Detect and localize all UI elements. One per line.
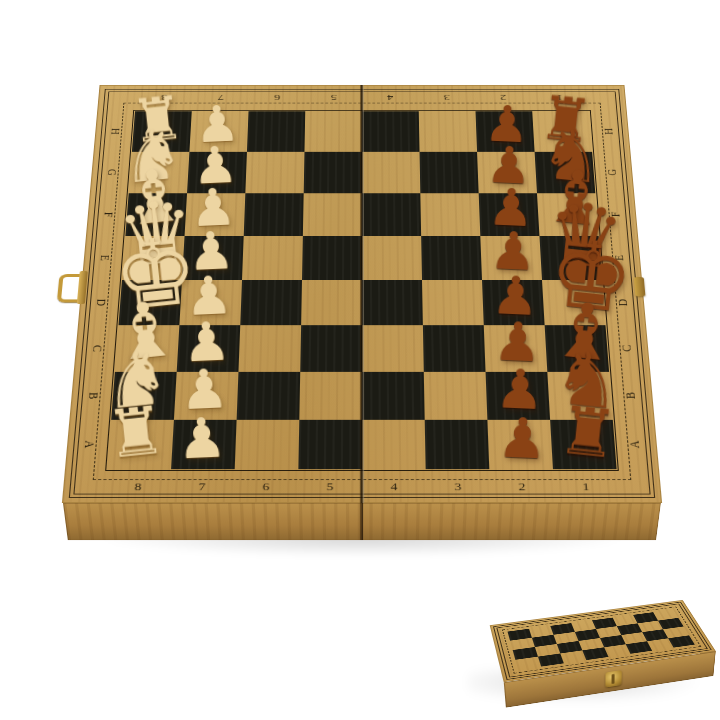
board-square — [479, 193, 540, 236]
file-letter-label: G — [101, 152, 122, 194]
rank-number-label: 4 — [362, 92, 419, 103]
brass-clasp — [605, 670, 621, 687]
file-letter-label: B — [619, 372, 642, 420]
brass-latch-bar — [77, 271, 88, 304]
closed-box-square — [668, 635, 695, 647]
rank-number-label: 3 — [426, 480, 490, 494]
board-square — [362, 152, 420, 194]
brass-latch — [55, 271, 88, 304]
piece-glyph: ♟ — [169, 409, 235, 467]
fold-seam — [360, 85, 364, 503]
closed-box-square — [510, 638, 535, 650]
board-square — [242, 236, 303, 280]
board-square — [304, 152, 362, 194]
board-square — [420, 152, 479, 194]
board-square — [425, 420, 490, 469]
board-square — [302, 236, 362, 280]
front-edge-seam — [360, 503, 363, 540]
board-square — [420, 193, 480, 236]
rank-number-label: 1 — [531, 92, 588, 103]
rank-number-label: 3 — [418, 92, 475, 103]
board-square — [424, 372, 488, 420]
closed-box-square — [538, 653, 564, 666]
board-square — [362, 111, 420, 151]
board-square — [423, 325, 486, 372]
board-square — [362, 372, 425, 420]
closed-box-square — [626, 641, 652, 654]
board-square — [421, 236, 482, 280]
closed-box-square — [647, 638, 673, 650]
open-board-scene: 87654321 87654321 HGFEDCBA HGFEDCBA ♜♟♟♜… — [82, 0, 642, 560]
product-photo: 87654321 87654321 HGFEDCBA HGFEDCBA ♜♟♟♜… — [0, 0, 720, 720]
piece-glyph: ♜ — [101, 397, 171, 469]
board-square — [189, 111, 248, 151]
board-square — [301, 280, 362, 325]
file-letter-label: A — [623, 420, 646, 469]
brass-hinge-pin — [634, 277, 646, 296]
rank-number-label: 2 — [490, 480, 555, 494]
closed-box-square — [604, 644, 630, 657]
dark-pawn: ♟ — [489, 409, 555, 467]
closed-box-square — [557, 641, 583, 654]
board-square — [532, 111, 592, 151]
closed-box-square — [513, 647, 538, 660]
board-square — [362, 325, 424, 372]
closed-box-scene — [482, 566, 720, 720]
closed-box-square — [508, 629, 532, 641]
board-square — [362, 193, 421, 236]
board-square — [185, 193, 246, 236]
closed-box-square — [560, 650, 586, 663]
board-square — [422, 280, 484, 325]
file-letter-label: H — [598, 111, 619, 151]
piece-glyph: ♜ — [553, 397, 623, 469]
board-square — [237, 372, 301, 420]
rank-number-label: 5 — [305, 92, 362, 103]
rank-number-label: 4 — [362, 480, 426, 494]
piece-glyph: ♟ — [489, 409, 555, 467]
white-rook: ♜ — [101, 397, 171, 469]
white-pawn: ♟ — [169, 409, 235, 467]
rank-number-label: 6 — [249, 92, 306, 103]
board-square — [129, 152, 190, 194]
chess-board: 87654321 87654321 HGFEDCBA HGFEDCBA ♜♟♟♜… — [62, 85, 662, 503]
board-square — [298, 420, 362, 469]
closed-box-square — [582, 647, 608, 660]
board-front-edge — [63, 503, 661, 540]
rank-number-label: 8 — [106, 480, 171, 494]
file-letter-label: A — [78, 420, 101, 469]
board-square — [362, 280, 423, 325]
board-square — [362, 420, 426, 469]
board-square — [300, 325, 362, 372]
board-square — [245, 152, 304, 194]
board-square — [247, 111, 305, 151]
closed-box — [490, 600, 716, 682]
board-square — [299, 372, 362, 420]
closed-box-square — [535, 644, 560, 657]
board-square — [244, 193, 304, 236]
board-square — [477, 152, 537, 194]
number-labels-bottom: 87654321 — [106, 480, 619, 494]
board-square — [304, 111, 362, 151]
board-square — [235, 420, 300, 469]
board-square — [238, 325, 301, 372]
closed-box-square — [532, 635, 557, 647]
file-letter-label: H — [105, 111, 126, 151]
closed-box-square — [515, 657, 541, 670]
dark-rook: ♜ — [553, 397, 623, 469]
board-square — [535, 152, 596, 194]
rank-number-label: 8 — [136, 92, 193, 103]
board-square — [362, 236, 422, 280]
file-letter-label: G — [602, 152, 623, 194]
rank-number-label: 7 — [170, 480, 235, 494]
board-square — [187, 152, 247, 194]
rank-number-label: 6 — [234, 480, 298, 494]
closed-box-square — [579, 638, 605, 650]
rank-number-label: 2 — [475, 92, 532, 103]
board-square — [132, 111, 192, 151]
rank-number-label: 1 — [554, 480, 619, 494]
board-square — [475, 111, 534, 151]
board-square — [240, 280, 302, 325]
rank-number-label: 7 — [192, 92, 249, 103]
rank-number-label: 5 — [298, 480, 362, 494]
board-square — [303, 193, 362, 236]
board-square — [419, 111, 477, 151]
